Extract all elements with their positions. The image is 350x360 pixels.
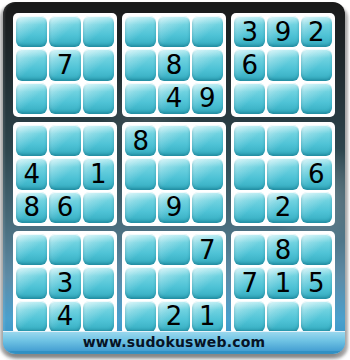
cell-r2c7[interactable]: 6: [234, 49, 265, 80]
cell-r1c2[interactable]: [49, 16, 80, 47]
cell-r9c8[interactable]: [267, 301, 298, 332]
cell-r6c6[interactable]: [192, 192, 223, 223]
cell-r6c1[interactable]: 8: [16, 192, 47, 223]
board-frame: 7849392641868962347218715 www.sudokusweb…: [3, 2, 345, 354]
cell-r7c9[interactable]: [301, 234, 332, 265]
box-1-3: 3926: [231, 13, 335, 117]
cell-r4c2[interactable]: [49, 125, 80, 156]
cell-r7c3[interactable]: [83, 234, 114, 265]
cell-r9c6[interactable]: 1: [192, 301, 223, 332]
cell-r8c3[interactable]: [83, 267, 114, 298]
cell-r8c8[interactable]: 1: [267, 267, 298, 298]
cell-r1c7[interactable]: 3: [234, 16, 265, 47]
cell-r3c4[interactable]: [125, 83, 156, 114]
cell-r2c9[interactable]: [301, 49, 332, 80]
cell-r8c7[interactable]: 7: [234, 267, 265, 298]
cell-r9c3[interactable]: [83, 301, 114, 332]
cell-r4c6[interactable]: [192, 125, 223, 156]
box-3-1: 34: [13, 231, 117, 335]
cell-r6c9[interactable]: [301, 192, 332, 223]
cell-r5c1[interactable]: 4: [16, 158, 47, 189]
cell-r6c5[interactable]: 9: [158, 192, 189, 223]
cell-r5c5[interactable]: [158, 158, 189, 189]
box-3-3: 8715: [231, 231, 335, 335]
cell-r5c3[interactable]: 1: [83, 158, 114, 189]
cell-r2c2[interactable]: 7: [49, 49, 80, 80]
cell-r1c8[interactable]: 9: [267, 16, 298, 47]
cell-r5c6[interactable]: [192, 158, 223, 189]
cell-r8c5[interactable]: [158, 267, 189, 298]
cell-r4c4[interactable]: 8: [125, 125, 156, 156]
cell-r6c4[interactable]: [125, 192, 156, 223]
sudoku-screenshot: 7849392641868962347218715 www.sudokusweb…: [0, 0, 350, 360]
cell-r3c1[interactable]: [16, 83, 47, 114]
cell-r1c5[interactable]: [158, 16, 189, 47]
cell-r6c8[interactable]: 2: [267, 192, 298, 223]
cell-r8c4[interactable]: [125, 267, 156, 298]
cell-r2c1[interactable]: [16, 49, 47, 80]
cell-r6c2[interactable]: 6: [49, 192, 80, 223]
box-2-1: 4186: [13, 122, 117, 226]
cell-r8c2[interactable]: 3: [49, 267, 80, 298]
cell-r3c5[interactable]: 4: [158, 83, 189, 114]
cell-r2c5[interactable]: 8: [158, 49, 189, 80]
cell-r7c6[interactable]: 7: [192, 234, 223, 265]
cell-r3c7[interactable]: [234, 83, 265, 114]
cell-r4c7[interactable]: [234, 125, 265, 156]
cell-r4c5[interactable]: [158, 125, 189, 156]
cell-r4c9[interactable]: [301, 125, 332, 156]
cell-r2c3[interactable]: [83, 49, 114, 80]
cell-r9c9[interactable]: [301, 301, 332, 332]
box-2-2: 89: [122, 122, 226, 226]
cell-r1c9[interactable]: 2: [301, 16, 332, 47]
cell-r1c3[interactable]: [83, 16, 114, 47]
cell-r7c5[interactable]: [158, 234, 189, 265]
cell-r9c2[interactable]: 4: [49, 301, 80, 332]
cell-r3c6[interactable]: 9: [192, 83, 223, 114]
cell-r7c7[interactable]: [234, 234, 265, 265]
cell-r2c4[interactable]: [125, 49, 156, 80]
cell-r6c3[interactable]: [83, 192, 114, 223]
cell-r5c2[interactable]: [49, 158, 80, 189]
box-2-3: 62: [231, 122, 335, 226]
box-1-2: 849: [122, 13, 226, 117]
cell-r4c8[interactable]: [267, 125, 298, 156]
cell-r7c4[interactable]: [125, 234, 156, 265]
cell-r3c3[interactable]: [83, 83, 114, 114]
cell-r7c1[interactable]: [16, 234, 47, 265]
cell-r3c9[interactable]: [301, 83, 332, 114]
sudoku-board: 7849392641868962347218715: [13, 13, 335, 335]
box-1-1: 7: [13, 13, 117, 117]
cell-r1c1[interactable]: [16, 16, 47, 47]
cell-r8c9[interactable]: 5: [301, 267, 332, 298]
cell-r2c8[interactable]: [267, 49, 298, 80]
footer-band: www.sudokusweb.com: [3, 331, 345, 351]
cell-r9c4[interactable]: [125, 301, 156, 332]
cell-r3c2[interactable]: [49, 83, 80, 114]
cell-r5c8[interactable]: [267, 158, 298, 189]
cell-r3c8[interactable]: [267, 83, 298, 114]
cell-r7c8[interactable]: 8: [267, 234, 298, 265]
cell-r8c1[interactable]: [16, 267, 47, 298]
cell-r9c5[interactable]: 2: [158, 301, 189, 332]
site-url[interactable]: www.sudokusweb.com: [83, 334, 266, 350]
cell-r8c6[interactable]: [192, 267, 223, 298]
cell-r4c1[interactable]: [16, 125, 47, 156]
cell-r5c7[interactable]: [234, 158, 265, 189]
cell-r5c9[interactable]: 6: [301, 158, 332, 189]
cell-r4c3[interactable]: [83, 125, 114, 156]
cell-r5c4[interactable]: [125, 158, 156, 189]
box-3-2: 721: [122, 231, 226, 335]
cell-r9c1[interactable]: [16, 301, 47, 332]
cell-r1c4[interactable]: [125, 16, 156, 47]
cell-r9c7[interactable]: [234, 301, 265, 332]
cell-r7c2[interactable]: [49, 234, 80, 265]
cell-r1c6[interactable]: [192, 16, 223, 47]
cell-r6c7[interactable]: [234, 192, 265, 223]
cell-r2c6[interactable]: [192, 49, 223, 80]
